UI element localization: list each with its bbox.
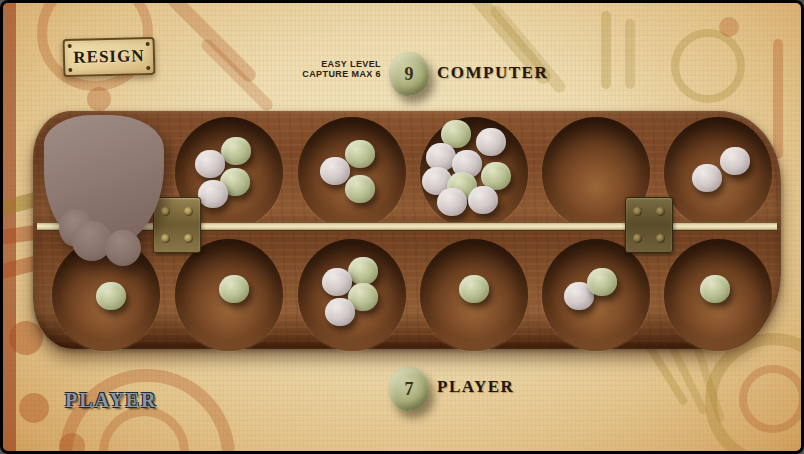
screw-icon — [633, 207, 642, 216]
pit-computer-3 — [298, 117, 406, 229]
tribal-ring — [705, 333, 804, 454]
tribal-ring — [671, 29, 745, 103]
seed — [198, 180, 228, 208]
tribal-dot — [9, 321, 43, 355]
seed — [345, 140, 375, 168]
tribal-bar — [601, 11, 611, 89]
resign-button[interactable]: RESIGN — [63, 37, 156, 77]
level-line2: CAPTURE MAX 6 — [271, 69, 381, 79]
tribal-strip — [3, 3, 16, 454]
nail-icon — [68, 68, 72, 72]
seed — [459, 275, 489, 303]
seed — [587, 268, 617, 296]
seed — [700, 275, 730, 303]
seed — [320, 157, 350, 185]
seed — [348, 257, 378, 285]
screw-icon — [656, 234, 665, 243]
resign-label: RESIGN — [73, 46, 145, 68]
player-score-stone: 7 — [389, 367, 429, 411]
tribal-ring — [99, 407, 189, 454]
tribal-bar — [773, 39, 783, 159]
seed — [476, 128, 506, 156]
screw-icon — [184, 207, 193, 216]
screw-icon — [656, 207, 665, 216]
pit-player-6[interactable] — [664, 239, 772, 351]
tribal-ring — [739, 365, 804, 433]
seed — [325, 298, 355, 326]
player-score: 7 — [405, 379, 414, 400]
tribal-dot — [19, 393, 49, 423]
hand-knuckle — [105, 230, 141, 266]
seed — [322, 268, 352, 296]
tribal-dot — [719, 17, 739, 37]
pit-computer-4 — [420, 117, 528, 229]
game-window: RESIGN EASY LEVEL CAPTURE MAX 6 9 COMPUT… — [0, 0, 804, 454]
seed — [692, 164, 722, 192]
tribal-bar — [165, 0, 258, 85]
pit-player-4[interactable] — [420, 239, 528, 351]
player-label: PLAYER — [437, 377, 514, 397]
tribal-dot — [59, 433, 85, 454]
difficulty-info: EASY LEVEL CAPTURE MAX 6 — [271, 59, 381, 79]
seed — [720, 147, 750, 175]
seed — [437, 188, 467, 216]
computer-label: COMPUTER — [437, 63, 548, 83]
screw-icon — [184, 234, 193, 243]
seed — [195, 150, 225, 178]
nail-icon — [146, 42, 150, 46]
hand-cursor-icon — [41, 115, 169, 271]
seed — [345, 175, 375, 203]
seed — [468, 186, 498, 214]
tribal-dot — [87, 87, 111, 111]
seed — [96, 282, 126, 310]
pit-computer-6 — [664, 117, 772, 229]
computer-score-stone: 9 — [389, 52, 429, 96]
pit-player-2[interactable] — [175, 239, 283, 351]
hinge-icon — [625, 197, 673, 253]
level-line1: EASY LEVEL — [271, 59, 381, 69]
seed — [221, 137, 251, 165]
tribal-bar — [693, 344, 725, 423]
screw-icon — [633, 234, 642, 243]
computer-score: 9 — [405, 64, 414, 85]
pit-player-3[interactable] — [298, 239, 406, 351]
player-corner-label: PLAYER — [65, 389, 157, 412]
nail-icon — [68, 44, 72, 48]
tribal-bar — [625, 19, 635, 89]
nail-icon — [146, 66, 150, 70]
seed — [219, 275, 249, 303]
pit-player-5[interactable] — [542, 239, 650, 351]
tribal-bar — [199, 37, 275, 113]
